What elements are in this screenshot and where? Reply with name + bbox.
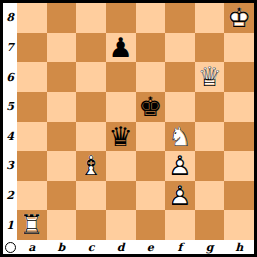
black-king-glyph: ♚ xyxy=(136,92,166,122)
white-to-move-indicator xyxy=(5,242,16,253)
piece-white-queen[interactable]: ♛♕ xyxy=(195,62,225,92)
square-a7[interactable] xyxy=(17,33,47,63)
square-h8[interactable]: ♚♔ xyxy=(224,3,254,33)
white-pawn-outline-glyph: ♙ xyxy=(165,151,195,181)
square-e6[interactable] xyxy=(136,62,166,92)
file-label-d: d xyxy=(106,240,136,254)
square-h2[interactable] xyxy=(224,181,254,211)
black-queen-glyph: ♛ xyxy=(106,122,136,152)
square-h6[interactable] xyxy=(224,62,254,92)
square-b4[interactable] xyxy=(47,122,77,152)
square-g4[interactable] xyxy=(195,122,225,152)
square-c3[interactable]: ♝♗ xyxy=(76,151,106,181)
square-a8[interactable] xyxy=(17,3,47,33)
rank-label-6: 6 xyxy=(3,62,17,92)
file-labels: abcdefgh xyxy=(17,240,254,254)
square-d4[interactable]: ♛ xyxy=(106,122,136,152)
square-b8[interactable] xyxy=(47,3,77,33)
square-g1[interactable] xyxy=(195,210,225,240)
file-label-b: b xyxy=(47,240,77,254)
piece-black-queen[interactable]: ♛ xyxy=(106,122,136,152)
rank-label-2: 2 xyxy=(3,181,17,211)
square-a6[interactable] xyxy=(17,62,47,92)
square-c8[interactable] xyxy=(76,3,106,33)
square-b6[interactable] xyxy=(47,62,77,92)
file-label-g: g xyxy=(195,240,225,254)
square-g8[interactable] xyxy=(195,3,225,33)
square-c4[interactable] xyxy=(76,122,106,152)
rank-label-7: 7 xyxy=(3,33,17,63)
square-d3[interactable] xyxy=(106,151,136,181)
square-c6[interactable] xyxy=(76,62,106,92)
square-e5[interactable]: ♚ xyxy=(136,92,166,122)
piece-white-knight[interactable]: ♞♘ xyxy=(165,122,195,152)
piece-black-pawn[interactable]: ♟ xyxy=(106,33,136,63)
square-f2[interactable]: ♟♙ xyxy=(165,181,195,211)
file-label-a: a xyxy=(17,240,47,254)
rank-label-5: 5 xyxy=(3,92,17,122)
square-h7[interactable] xyxy=(224,33,254,63)
square-h4[interactable] xyxy=(224,122,254,152)
square-c1[interactable] xyxy=(76,210,106,240)
square-d8[interactable] xyxy=(106,3,136,33)
rank-labels: 87654321 xyxy=(3,3,17,240)
square-d5[interactable] xyxy=(106,92,136,122)
piece-white-pawn[interactable]: ♟♙ xyxy=(165,151,195,181)
square-h1[interactable] xyxy=(224,210,254,240)
piece-black-king[interactable]: ♚ xyxy=(136,92,166,122)
white-bishop-outline-glyph: ♗ xyxy=(76,151,106,181)
square-a2[interactable] xyxy=(17,181,47,211)
rank-label-4: 4 xyxy=(3,122,17,152)
square-b5[interactable] xyxy=(47,92,77,122)
square-a5[interactable] xyxy=(17,92,47,122)
piece-white-rook[interactable]: ♜♖ xyxy=(17,210,47,240)
square-e1[interactable] xyxy=(136,210,166,240)
square-e8[interactable] xyxy=(136,3,166,33)
square-e7[interactable] xyxy=(136,33,166,63)
square-d7[interactable]: ♟ xyxy=(106,33,136,63)
rank-label-3: 3 xyxy=(3,151,17,181)
square-d6[interactable] xyxy=(106,62,136,92)
square-f8[interactable] xyxy=(165,3,195,33)
white-king-outline-glyph: ♔ xyxy=(224,3,254,33)
square-b3[interactable] xyxy=(47,151,77,181)
square-f4[interactable]: ♞♘ xyxy=(165,122,195,152)
square-e3[interactable] xyxy=(136,151,166,181)
square-b7[interactable] xyxy=(47,33,77,63)
white-rook-outline-glyph: ♖ xyxy=(17,210,47,240)
file-label-e: e xyxy=(136,240,166,254)
white-queen-outline-glyph: ♕ xyxy=(195,62,225,92)
square-h3[interactable] xyxy=(224,151,254,181)
square-a4[interactable] xyxy=(17,122,47,152)
piece-white-king[interactable]: ♚♔ xyxy=(224,3,254,33)
square-a3[interactable] xyxy=(17,151,47,181)
square-e4[interactable] xyxy=(136,122,166,152)
square-d1[interactable] xyxy=(106,210,136,240)
rank-label-1: 1 xyxy=(3,210,17,240)
square-g6[interactable]: ♛♕ xyxy=(195,62,225,92)
square-b1[interactable] xyxy=(47,210,77,240)
black-pawn-glyph: ♟ xyxy=(106,33,136,63)
square-f1[interactable] xyxy=(165,210,195,240)
piece-white-pawn[interactable]: ♟♙ xyxy=(165,181,195,211)
file-label-f: f xyxy=(165,240,195,254)
piece-white-bishop[interactable]: ♝♗ xyxy=(76,151,106,181)
chess-diagram: ♚♔♟♛♕♚♛♞♘♝♗♟♙♟♙♜♖ 87654321 abcdefgh xyxy=(0,0,257,257)
square-f5[interactable] xyxy=(165,92,195,122)
square-f3[interactable]: ♟♙ xyxy=(165,151,195,181)
square-g5[interactable] xyxy=(195,92,225,122)
square-f7[interactable] xyxy=(165,33,195,63)
square-b2[interactable] xyxy=(47,181,77,211)
square-g3[interactable] xyxy=(195,151,225,181)
square-c7[interactable] xyxy=(76,33,106,63)
square-c2[interactable] xyxy=(76,181,106,211)
square-c5[interactable] xyxy=(76,92,106,122)
white-knight-outline-glyph: ♘ xyxy=(165,122,195,152)
square-e2[interactable] xyxy=(136,181,166,211)
file-label-c: c xyxy=(76,240,106,254)
rank-label-8: 8 xyxy=(3,3,17,33)
square-a1[interactable]: ♜♖ xyxy=(17,210,47,240)
square-d2[interactable] xyxy=(106,181,136,211)
square-h5[interactable] xyxy=(224,92,254,122)
file-label-h: h xyxy=(224,240,254,254)
white-pawn-outline-glyph: ♙ xyxy=(165,181,195,211)
chess-board: ♚♔♟♛♕♚♛♞♘♝♗♟♙♟♙♜♖ xyxy=(17,3,254,240)
square-f6[interactable] xyxy=(165,62,195,92)
square-g2[interactable] xyxy=(195,181,225,211)
square-g7[interactable] xyxy=(195,33,225,63)
diagram-inner: ♚♔♟♛♕♚♛♞♘♝♗♟♙♟♙♜♖ 87654321 abcdefgh xyxy=(3,3,254,254)
